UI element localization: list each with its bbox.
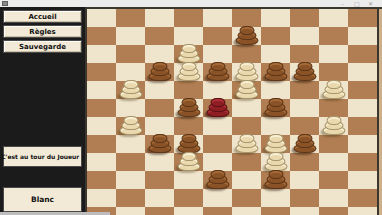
board-cell[interactable] (145, 189, 174, 207)
checker-light[interactable] (176, 147, 201, 171)
board-cell[interactable] (203, 207, 232, 215)
board-cell[interactable] (348, 189, 377, 207)
board-cell[interactable] (203, 171, 232, 189)
board-cell[interactable] (319, 45, 348, 63)
board-cell[interactable] (348, 135, 377, 153)
board-cell[interactable] (348, 9, 377, 27)
board-cell[interactable] (174, 99, 203, 117)
board-cell[interactable] (87, 171, 116, 189)
board-cell[interactable] (348, 27, 377, 45)
board-cell[interactable] (203, 189, 232, 207)
board-cell[interactable] (203, 117, 232, 135)
board-cell[interactable] (232, 81, 261, 99)
maximize-icon[interactable]: ▢ (354, 0, 360, 7)
board-cell[interactable] (232, 99, 261, 117)
board-cell[interactable] (232, 135, 261, 153)
sidebar: Accueil Règles Sauvegarde C'est au tour … (0, 7, 85, 212)
board-cell[interactable] (116, 135, 145, 153)
checker-dark[interactable] (263, 57, 288, 81)
board-cell[interactable] (261, 9, 290, 27)
board-cell[interactable] (116, 9, 145, 27)
checker-dark[interactable] (292, 57, 317, 81)
board-cell[interactable] (145, 81, 174, 99)
board-cell[interactable] (145, 27, 174, 45)
board-cell[interactable] (232, 153, 261, 171)
board-cell[interactable] (116, 171, 145, 189)
board-cell[interactable] (87, 45, 116, 63)
checker-light[interactable] (321, 111, 346, 135)
board-cell[interactable] (290, 63, 319, 81)
board-cell[interactable] (348, 99, 377, 117)
board-cell[interactable] (348, 45, 377, 63)
board-cell[interactable] (348, 81, 377, 99)
board-cell[interactable] (319, 9, 348, 27)
board-cell[interactable] (87, 153, 116, 171)
checker-dark[interactable] (147, 129, 172, 153)
app-window: – ▢ ✕ Accueil Règles Sauvegarde C'est au… (0, 0, 382, 215)
rules-button[interactable]: Règles (3, 25, 82, 38)
board-cell[interactable] (116, 81, 145, 99)
board-cell[interactable] (319, 189, 348, 207)
board-cell[interactable] (261, 63, 290, 81)
board-cell[interactable] (261, 99, 290, 117)
board-cell[interactable] (290, 99, 319, 117)
board-cell[interactable] (174, 153, 203, 171)
board-cell[interactable] (232, 171, 261, 189)
board-cell[interactable] (348, 171, 377, 189)
board-cell[interactable] (87, 117, 116, 135)
board-cell[interactable] (290, 171, 319, 189)
board-cell[interactable] (174, 63, 203, 81)
board-cell[interactable] (145, 99, 174, 117)
board-cell[interactable] (290, 153, 319, 171)
checker-dark[interactable] (205, 57, 230, 81)
board-cell[interactable] (232, 207, 261, 215)
checker-light[interactable] (176, 57, 201, 81)
checker-red[interactable] (205, 93, 230, 117)
checker-dark[interactable] (147, 57, 172, 81)
board-cell[interactable] (290, 189, 319, 207)
board-cell[interactable] (290, 81, 319, 99)
app-icon (2, 1, 8, 6)
board-grid (87, 9, 377, 215)
board-right-border (377, 9, 379, 215)
board-cell[interactable] (116, 45, 145, 63)
checker-dark[interactable] (263, 165, 288, 189)
board-cell[interactable] (290, 135, 319, 153)
checker-light[interactable] (234, 75, 259, 99)
board-cell[interactable] (261, 27, 290, 45)
board-cell[interactable] (261, 207, 290, 215)
board-cell[interactable] (87, 99, 116, 117)
board-cell[interactable] (116, 117, 145, 135)
board-cell[interactable] (87, 63, 116, 81)
checker-dark[interactable] (292, 129, 317, 153)
board-cell[interactable] (290, 9, 319, 27)
checker-light[interactable] (321, 75, 346, 99)
board-cell[interactable] (261, 189, 290, 207)
checker-dark[interactable] (205, 165, 230, 189)
checkers-board (85, 7, 382, 215)
board-cell[interactable] (261, 171, 290, 189)
board-cell[interactable] (319, 27, 348, 45)
board-cell[interactable] (116, 153, 145, 171)
board-cell[interactable] (174, 171, 203, 189)
minimize-icon[interactable]: – (341, 0, 344, 7)
board-cell[interactable] (232, 189, 261, 207)
board-cell[interactable] (174, 9, 203, 27)
board-cell[interactable] (174, 207, 203, 215)
board-cell[interactable] (348, 117, 377, 135)
board-cell[interactable] (348, 153, 377, 171)
board-cell[interactable] (145, 135, 174, 153)
board-cell[interactable] (203, 99, 232, 117)
board-cell[interactable] (145, 9, 174, 27)
board-cell[interactable] (319, 117, 348, 135)
board-cell[interactable] (348, 63, 377, 81)
current-player-value: Blanc (3, 187, 82, 212)
board-cell[interactable] (116, 207, 145, 215)
checker-dark[interactable] (234, 21, 259, 45)
board-cell[interactable] (348, 207, 377, 215)
board-cell[interactable] (87, 27, 116, 45)
board-cell[interactable] (116, 27, 145, 45)
board-cell[interactable] (87, 135, 116, 153)
board-cell[interactable] (203, 63, 232, 81)
board-cell[interactable] (203, 27, 232, 45)
board-cell[interactable] (319, 81, 348, 99)
board-cell[interactable] (319, 207, 348, 215)
board-cell[interactable] (145, 63, 174, 81)
taskbar-sliver (0, 212, 110, 215)
home-button[interactable]: Accueil (3, 10, 82, 23)
board-cell[interactable] (145, 207, 174, 215)
board-cell[interactable] (203, 9, 232, 27)
board-cell[interactable] (290, 27, 319, 45)
board-cell[interactable] (174, 189, 203, 207)
checker-dark[interactable] (176, 93, 201, 117)
board-cell[interactable] (87, 9, 116, 27)
board-cell[interactable] (203, 135, 232, 153)
checker-dark[interactable] (263, 93, 288, 117)
board-cell[interactable] (319, 153, 348, 171)
board-cell[interactable] (145, 153, 174, 171)
turn-label: C'est au tour du Joueur : (3, 146, 82, 167)
checker-light[interactable] (234, 129, 259, 153)
board-cell[interactable] (87, 189, 116, 207)
board-cell[interactable] (319, 171, 348, 189)
board-cell[interactable] (319, 135, 348, 153)
board-cell[interactable] (232, 27, 261, 45)
checker-light[interactable] (118, 75, 143, 99)
board-cell[interactable] (290, 207, 319, 215)
board-cell[interactable] (145, 171, 174, 189)
close-icon[interactable]: ✕ (368, 0, 373, 7)
checker-light[interactable] (118, 111, 143, 135)
save-button[interactable]: Sauvegarde (3, 40, 82, 53)
board-cell[interactable] (87, 81, 116, 99)
board-cell[interactable] (116, 189, 145, 207)
